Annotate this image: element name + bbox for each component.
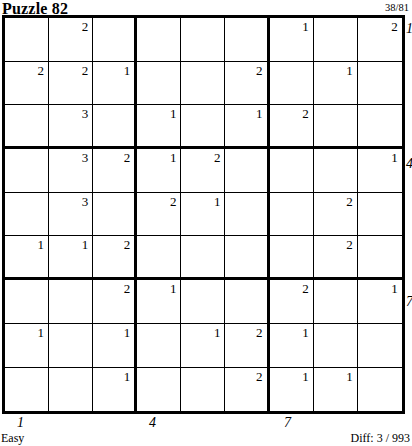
cell-r9c6: 2 (225, 368, 269, 412)
cell-r7c6[interactable] (225, 280, 269, 324)
given-clue: 2 (256, 326, 263, 339)
given-clue: 2 (256, 370, 263, 383)
cell-r3c9[interactable] (358, 105, 402, 149)
given-clue: 2 (82, 20, 89, 33)
cell-r8c2[interactable] (49, 324, 93, 368)
given-clue: 1 (346, 64, 353, 77)
cell-r7c7: 2 (270, 280, 314, 324)
cell-r1c1[interactable] (5, 18, 49, 62)
cell-r8c8[interactable] (314, 324, 358, 368)
cell-r6c8: 2 (314, 236, 358, 280)
cell-r2c2: 2 (49, 62, 93, 106)
cell-r8c5: 1 (181, 324, 225, 368)
given-clue: 3 (82, 195, 89, 208)
cell-r7c9: 1 (358, 280, 402, 324)
given-clue: 1 (170, 151, 177, 164)
given-clue: 1 (38, 326, 45, 339)
cell-r2c1: 2 (5, 62, 49, 106)
given-clue: 2 (346, 238, 353, 251)
given-clue: 1 (82, 238, 89, 251)
cell-r9c4[interactable] (137, 368, 181, 412)
given-clue: 2 (124, 238, 131, 251)
given-clue: 1 (302, 20, 309, 33)
cell-r1c9: 2 (358, 18, 402, 62)
cell-r1c4[interactable] (137, 18, 181, 62)
given-clue: 2 (214, 151, 221, 164)
cell-r4c7[interactable] (270, 149, 314, 193)
cell-r4c8[interactable] (314, 149, 358, 193)
given-clue: 1 (170, 282, 177, 295)
cell-r2c9[interactable] (358, 62, 402, 106)
cell-r5c3[interactable] (93, 193, 137, 237)
given-clue: 1 (302, 326, 309, 339)
cell-r7c4: 1 (137, 280, 181, 324)
cell-r5c4: 2 (137, 193, 181, 237)
given-clue: 2 (82, 64, 89, 77)
cell-r6c6[interactable] (225, 236, 269, 280)
cell-r6c7[interactable] (270, 236, 314, 280)
given-clue: 2 (38, 64, 45, 77)
row-coordinate-label-1: 1 (406, 22, 412, 36)
cell-r1c3[interactable] (93, 18, 137, 62)
difficulty-label: Easy (1, 431, 24, 446)
given-clue: 1 (346, 370, 353, 383)
cell-r4c9: 1 (358, 149, 402, 193)
cell-r7c8[interactable] (314, 280, 358, 324)
given-clue: 1 (124, 64, 131, 77)
cell-r5c9[interactable] (358, 193, 402, 237)
cell-r2c8: 1 (314, 62, 358, 106)
given-clue: 1 (391, 282, 398, 295)
given-clue: 2 (391, 20, 398, 33)
given-clue: 1 (124, 326, 131, 339)
cell-r9c8: 1 (314, 368, 358, 412)
given-clue: 2 (170, 195, 177, 208)
cell-r8c4[interactable] (137, 324, 181, 368)
cell-r9c9[interactable] (358, 368, 402, 412)
cell-r6c4[interactable] (137, 236, 181, 280)
cell-r3c5[interactable] (181, 105, 225, 149)
cell-r3c4: 1 (137, 105, 181, 149)
cell-r5c1[interactable] (5, 193, 49, 237)
cell-r2c6: 2 (225, 62, 269, 106)
givens-count: 38/81 (385, 2, 409, 13)
cell-r9c2[interactable] (49, 368, 93, 412)
cell-r2c5[interactable] (181, 62, 225, 106)
cell-r2c4[interactable] (137, 62, 181, 106)
given-clue: 1 (38, 238, 45, 251)
cell-r8c7: 1 (270, 324, 314, 368)
cell-r7c5[interactable] (181, 280, 225, 324)
cell-r9c5[interactable] (181, 368, 225, 412)
cell-r4c5: 2 (181, 149, 225, 193)
given-clue: 1 (124, 370, 131, 383)
cell-r3c2: 3 (49, 105, 93, 149)
cell-r5c8: 2 (314, 193, 358, 237)
given-clue: 1 (302, 370, 309, 383)
cell-r1c7: 1 (270, 18, 314, 62)
cell-r1c6[interactable] (225, 18, 269, 62)
diff-stat: Diff: 3 / 993 (351, 431, 410, 446)
given-clue: 1 (170, 107, 177, 120)
cell-r8c6: 2 (225, 324, 269, 368)
cell-r6c5[interactable] (181, 236, 225, 280)
cell-r4c4: 1 (137, 149, 181, 193)
cell-r1c2: 2 (49, 18, 93, 62)
cell-r1c8[interactable] (314, 18, 358, 62)
cell-r3c1[interactable] (5, 105, 49, 149)
given-clue: 1 (256, 107, 263, 120)
cell-r8c3: 1 (93, 324, 137, 368)
cell-r3c3[interactable] (93, 105, 137, 149)
cell-r2c3: 1 (93, 62, 137, 106)
given-clue: 2 (302, 282, 309, 295)
cell-r6c2: 1 (49, 236, 93, 280)
cell-r5c2: 3 (49, 193, 93, 237)
puzzle-grid: 21222121311232121321211222121111211211 (2, 15, 405, 414)
cell-r4c1[interactable] (5, 149, 49, 193)
given-clue: 1 (391, 151, 398, 164)
cell-r4c3: 2 (93, 149, 137, 193)
cell-r4c6[interactable] (225, 149, 269, 193)
given-clue: 2 (124, 151, 131, 164)
cell-r9c3: 1 (93, 368, 137, 412)
given-clue: 3 (82, 107, 89, 120)
given-clue: 1 (214, 195, 221, 208)
row-coordinate-label-7: 7 (406, 295, 412, 309)
given-clue: 2 (256, 64, 263, 77)
given-clue: 2 (346, 195, 353, 208)
given-clue: 2 (302, 107, 309, 120)
cell-r7c1[interactable] (5, 280, 49, 324)
cell-r4c2: 3 (49, 149, 93, 193)
puzzle-sheet: Puzzle 82 38/81 212221213112321213212112… (0, 0, 412, 446)
cell-r7c2[interactable] (49, 280, 93, 324)
cell-r3c6: 1 (225, 105, 269, 149)
cell-r5c5: 1 (181, 193, 225, 237)
cell-r6c3: 2 (93, 236, 137, 280)
col-coordinate-label-7: 7 (284, 416, 291, 430)
cell-r1c5[interactable] (181, 18, 225, 62)
row-coordinate-label-4: 4 (406, 157, 412, 171)
cell-r6c9[interactable] (358, 236, 402, 280)
cell-r7c3: 2 (93, 280, 137, 324)
cell-r8c9[interactable] (358, 324, 402, 368)
cell-r3c7: 2 (270, 105, 314, 149)
cell-r9c7: 1 (270, 368, 314, 412)
col-coordinate-label-1: 1 (17, 416, 24, 430)
given-clue: 3 (82, 151, 89, 164)
cell-r5c6[interactable] (225, 193, 269, 237)
cell-r6c1: 1 (5, 236, 49, 280)
cell-r5c7[interactable] (270, 193, 314, 237)
cell-r2c7[interactable] (270, 62, 314, 106)
cell-r8c1: 1 (5, 324, 49, 368)
cell-r3c8[interactable] (314, 105, 358, 149)
given-clue: 2 (124, 282, 131, 295)
cell-r9c1[interactable] (5, 368, 49, 412)
col-coordinate-label-4: 4 (149, 416, 156, 430)
given-clue: 1 (214, 326, 221, 339)
